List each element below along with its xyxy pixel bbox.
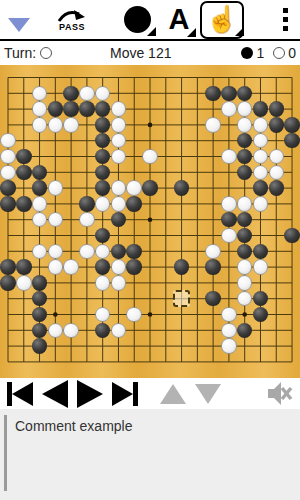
black-stone: [142, 180, 158, 196]
black-stone: [79, 101, 95, 117]
white-stone: [0, 149, 16, 165]
white-stone: [221, 323, 237, 339]
turn-label: Turn:: [4, 45, 36, 61]
black-stone: [63, 86, 79, 102]
black-stone: [0, 259, 16, 275]
black-stone: [269, 101, 285, 117]
black-stone: [95, 117, 111, 133]
white-stone: [111, 101, 127, 117]
white-stone: [111, 196, 127, 212]
white-stone: [32, 196, 48, 212]
white-stone: [0, 133, 16, 149]
play-tool-button[interactable]: ☝: [200, 1, 244, 39]
comment-text: Comment example: [15, 418, 133, 434]
white-stone: [63, 259, 79, 275]
white-stone: [48, 117, 64, 133]
collapse-triangle-icon[interactable]: [8, 18, 30, 32]
white-stone: [63, 117, 79, 133]
white-stone: [32, 101, 48, 117]
menu-dot: [283, 26, 288, 31]
white-stone: [111, 180, 127, 196]
black-stone: [253, 101, 269, 117]
white-stone: [126, 180, 142, 196]
white-stone: [111, 323, 127, 339]
black-stone: [269, 180, 285, 196]
black-stone: [174, 180, 190, 196]
white-stone: [79, 244, 95, 260]
menu-dot: [283, 8, 288, 13]
white-stone: [48, 323, 64, 339]
turn-stone-white-icon: [40, 47, 52, 59]
turn-indicator: Turn:: [4, 45, 52, 61]
white-stone: [221, 307, 237, 323]
previous-move-button[interactable]: [42, 380, 68, 408]
next-move-button[interactable]: [77, 380, 103, 408]
black-stone: [269, 117, 285, 133]
dropdown-caret-icon: [187, 28, 196, 37]
white-stone: [48, 244, 64, 260]
white-stone: [253, 117, 269, 133]
dropdown-caret-icon: [147, 27, 156, 36]
black-stone: [32, 275, 48, 291]
black-stone: [126, 244, 142, 260]
black-stone: [16, 259, 32, 275]
white-stone: [269, 149, 285, 165]
last-move-button[interactable]: [112, 382, 138, 406]
white-stone: [32, 117, 48, 133]
white-stone: [205, 117, 221, 133]
white-stone: [79, 212, 95, 228]
black-stone: [48, 101, 64, 117]
black-stone: [0, 180, 16, 196]
go-board[interactable]: [0, 65, 300, 378]
white-stone: [16, 275, 32, 291]
white-stone: [237, 117, 253, 133]
white-stone: [237, 196, 253, 212]
white-stone: [221, 149, 237, 165]
status-bar: Turn: Move 121 1 0: [0, 42, 300, 64]
label-tool-button[interactable]: A: [164, 2, 194, 38]
black-stone: [32, 338, 48, 354]
black-stone: [284, 228, 300, 244]
white-stone: [221, 196, 237, 212]
black-stone: [111, 244, 127, 260]
dropdown-caret-icon: [235, 27, 244, 36]
scrollbar[interactable]: [4, 415, 7, 491]
black-captures-count: 1: [256, 45, 264, 61]
white-stone: [111, 117, 127, 133]
black-stone: [16, 149, 32, 165]
black-stone: [16, 196, 32, 212]
first-move-button[interactable]: [7, 382, 33, 406]
toolbar: PASS A ☝: [0, 0, 300, 41]
navigation-bar: [0, 378, 300, 409]
black-stone: [63, 101, 79, 117]
black-stone: [284, 133, 300, 149]
white-stone: [221, 101, 237, 117]
stone-color-button[interactable]: [120, 3, 154, 37]
white-captures-count: 0: [288, 45, 296, 61]
black-stone: [0, 275, 16, 291]
white-stone: [221, 338, 237, 354]
last-move-bar-icon: [133, 382, 138, 406]
black-stone: [253, 180, 269, 196]
hand-pointer-icon: ☝: [206, 6, 238, 32]
sound-off-icon[interactable]: [266, 380, 293, 407]
black-stone: [174, 259, 190, 275]
white-stone: [48, 259, 64, 275]
black-stone: [126, 259, 142, 275]
overflow-menu-button[interactable]: [283, 8, 288, 31]
board-cursor-marker[interactable]: [173, 290, 190, 307]
black-stone: [32, 180, 48, 196]
white-stone: [0, 165, 16, 181]
black-stone-icon: [241, 47, 253, 59]
pass-button[interactable]: PASS: [52, 8, 92, 32]
triangle-right-icon: [112, 382, 133, 406]
comment-area[interactable]: Comment example: [0, 409, 300, 500]
white-stone: [111, 275, 127, 291]
white-stone: [253, 259, 269, 275]
white-stone: [205, 244, 221, 260]
move-counter: Move 121: [110, 45, 171, 61]
white-stone: [95, 275, 111, 291]
white-stone: [63, 323, 79, 339]
white-stone: [111, 259, 127, 275]
white-stone: [79, 86, 95, 102]
triangle-left-icon: [12, 382, 33, 406]
white-stone-icon: [273, 47, 285, 59]
white-stone: [221, 228, 237, 244]
white-stone: [126, 307, 142, 323]
capture-counts: 1 0: [241, 45, 296, 61]
white-stone: [95, 196, 111, 212]
black-stone: [284, 117, 300, 133]
black-stone: [221, 86, 237, 102]
white-stone: [48, 180, 64, 196]
black-stone: [221, 212, 237, 228]
variation-down-button[interactable]: [195, 384, 221, 404]
white-stone: [253, 196, 269, 212]
black-stone: [205, 259, 221, 275]
black-stone: [16, 165, 32, 181]
white-stone: [269, 165, 285, 181]
black-stone: [79, 196, 95, 212]
variation-up-button[interactable]: [160, 384, 186, 404]
pass-label: PASS: [59, 22, 85, 32]
black-stone: [0, 196, 16, 212]
white-stone: [142, 149, 158, 165]
black-stone: [126, 196, 142, 212]
black-stone: [205, 86, 221, 102]
white-stone: [237, 275, 253, 291]
menu-dot: [283, 17, 288, 22]
